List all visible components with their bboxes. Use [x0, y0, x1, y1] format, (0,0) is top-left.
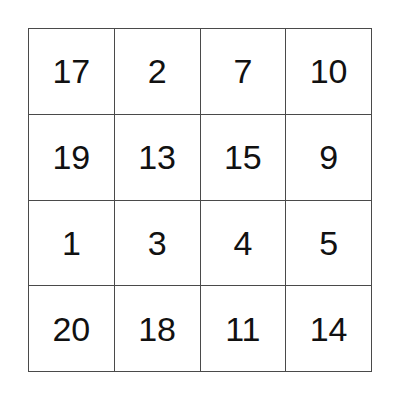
grid-cell-r1c1[interactable]: 17	[29, 29, 114, 114]
grid-cell-r3c4[interactable]: 5	[286, 201, 371, 286]
grid-cell-r4c3[interactable]: 11	[201, 286, 286, 371]
page: 17 2 7 10 19 13 15 9 1 3 4 5 20 18 11 14	[0, 0, 400, 400]
grid-cell-r1c2[interactable]: 2	[115, 29, 200, 114]
grid-cell-r3c2[interactable]: 3	[115, 201, 200, 286]
grid-cell-r4c1[interactable]: 20	[29, 286, 114, 371]
grid-cell-r1c4[interactable]: 10	[286, 29, 371, 114]
grid-cell-r2c4[interactable]: 9	[286, 115, 371, 200]
grid-cell-r4c2[interactable]: 18	[115, 286, 200, 371]
grid-cell-r4c4[interactable]: 14	[286, 286, 371, 371]
number-grid-board: 17 2 7 10 19 13 15 9 1 3 4 5 20 18 11 14	[28, 28, 372, 372]
grid-cell-r1c3[interactable]: 7	[201, 29, 286, 114]
grid-cell-r2c1[interactable]: 19	[29, 115, 114, 200]
grid-cell-r2c3[interactable]: 15	[201, 115, 286, 200]
grid-cell-r3c1[interactable]: 1	[29, 201, 114, 286]
grid-cell-r2c2[interactable]: 13	[115, 115, 200, 200]
grid-cell-r3c3[interactable]: 4	[201, 201, 286, 286]
